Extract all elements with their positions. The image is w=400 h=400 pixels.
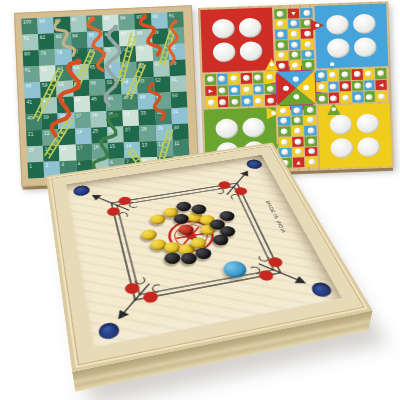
snakes-cell-11: 11: [172, 140, 189, 157]
ludo-track-cell: [274, 9, 286, 19]
ludo-track-cell: [340, 81, 351, 92]
carrom-coin-black[interactable]: [210, 233, 229, 246]
cell-number: 52: [155, 77, 161, 83]
carrom-coin-yellow[interactable]: [188, 236, 207, 249]
track-dot: [281, 139, 288, 145]
snakes-cell-50: 50: [170, 92, 187, 109]
yard-circle: [243, 141, 266, 161]
track-dot: [307, 117, 314, 123]
track-dot: [354, 94, 361, 100]
cell-number: 32: [156, 109, 162, 115]
snakes-cell-1: 1: [28, 162, 45, 179]
snakes-cell-40: 40: [25, 114, 42, 131]
ludo-track-cell: [279, 158, 291, 168]
track-dot: [231, 87, 238, 93]
cell-number: 46: [107, 95, 113, 101]
track-dot: [318, 84, 325, 90]
cell-number: 37: [75, 112, 81, 118]
cell-number: 22: [44, 130, 50, 136]
baseline-circle: [106, 207, 121, 217]
track-dot: [291, 42, 298, 48]
yard-circle: [357, 137, 380, 157]
cell-number: 18: [61, 145, 67, 151]
ludo-track-cell: [304, 126, 316, 136]
carrom-coin-yellow[interactable]: [140, 228, 158, 241]
track-dot: [243, 87, 250, 93]
carrom-coin-black[interactable]: [189, 203, 207, 215]
carrom-coin-black[interactable]: [174, 201, 192, 213]
track-dot: [267, 74, 274, 80]
ludo-track-cell: [305, 147, 317, 157]
snakes-cell-98: 98: [54, 17, 71, 34]
cell-number: 7: [126, 158, 129, 164]
ludo-track-cell: [301, 29, 313, 39]
ludo-track-cell: [288, 40, 300, 50]
cell-number: 59: [42, 82, 48, 88]
cell-number: 69: [154, 61, 160, 67]
cell-number: 83: [56, 33, 62, 39]
yard-circle: [212, 19, 235, 39]
cell-number: 93: [136, 13, 142, 19]
ludo-track-cell: [352, 92, 363, 103]
yard-circle: [216, 142, 239, 162]
cell-number: 25: [92, 127, 98, 133]
carrom-coin-black[interactable]: [162, 251, 181, 265]
cell-number: 67: [122, 62, 128, 68]
ludo-yard-bottom-left: [204, 107, 278, 172]
cell-number: 58: [58, 81, 64, 87]
snakes-cell-77: 77: [71, 48, 88, 65]
ludo-track-cell: [291, 105, 303, 115]
track-dot: [294, 128, 301, 134]
snakes-cell-100: 100: [21, 18, 38, 35]
carrom-coin-yellow[interactable]: [198, 223, 217, 235]
baseline-circle: [267, 256, 285, 268]
carrom-coin-yellow[interactable]: [198, 214, 216, 226]
snakes-cell-10: 10: [173, 155, 190, 172]
cell-number: 53: [139, 77, 145, 83]
track-dot: [267, 86, 274, 92]
ludo-track-cell: [229, 73, 240, 84]
yard-circle: [354, 37, 377, 57]
cell-number: 17: [77, 144, 83, 150]
carrom-surface: MADE IN INDIA: [66, 155, 341, 347]
cell-number: 84: [72, 32, 78, 38]
cell-number: 80: [24, 50, 30, 56]
ludo-track-cell: [205, 74, 216, 85]
baseline-circle: [142, 290, 159, 303]
snakes-cell-89: 89: [151, 28, 168, 45]
cell-number: 97: [71, 16, 77, 22]
baseline-circle: [118, 196, 132, 206]
cell-number: 57: [74, 80, 80, 86]
track-dot: [280, 108, 287, 114]
snakes-cell-71: 71: [168, 44, 185, 61]
cell-number: 61: [25, 66, 31, 72]
ludo-track-cell: [276, 51, 288, 61]
snakes-cell-99: 99: [37, 17, 54, 34]
ludo-track-cell: [328, 70, 339, 81]
track-dot: [303, 10, 310, 16]
ludo-track-cell: [206, 97, 217, 108]
cell-number: 47: [123, 94, 129, 100]
snakes-cell-91: 91: [167, 12, 184, 29]
snakes-cell-21: 21: [26, 130, 43, 147]
ludo-yard-bottom-right: [318, 103, 392, 168]
snakes-cell-3: 3: [60, 160, 77, 177]
snakes-cell-78: 78: [55, 49, 72, 66]
snakes-cell-64: 64: [72, 64, 89, 81]
cell-number: 29: [157, 125, 163, 131]
snakes-cell-53: 53: [137, 77, 154, 94]
snakes-cell-48: 48: [138, 93, 155, 110]
cell-number: 49: [156, 93, 162, 99]
cell-number: 54: [123, 78, 129, 84]
cell-number: 20: [28, 146, 34, 152]
ludo-track-cell: [275, 30, 287, 40]
ludo-track-cell: [289, 50, 301, 60]
snakes-cell-83: 83: [54, 33, 71, 50]
track-dot: [319, 95, 326, 101]
track-dot: [308, 138, 315, 144]
track-dot: [277, 21, 284, 27]
ludo-track-cell: [302, 50, 314, 60]
cell-number: 21: [28, 130, 34, 136]
track-dot: [208, 99, 215, 105]
carrom-coin-black[interactable]: [217, 210, 235, 222]
track-dot: [207, 76, 214, 82]
snakes-cell-73: 73: [136, 45, 153, 62]
track-dot: [342, 95, 349, 101]
snakes-cell-67: 67: [120, 62, 137, 79]
track-dot: [307, 128, 314, 134]
cell-number: 9: [159, 157, 162, 163]
cell-number: 10: [175, 156, 181, 162]
snakes-cell-38: 38: [58, 112, 75, 129]
snakes-cell-97: 97: [70, 16, 87, 33]
ludo-track-cell: [229, 85, 240, 96]
cell-number: 14: [125, 142, 131, 148]
snakes-cell-86: 86: [103, 30, 120, 47]
cell-number: 90: [169, 28, 175, 34]
ludo-track-cell: [291, 126, 303, 136]
snakes-cell-62: 62: [40, 65, 57, 82]
snakes-cell-47: 47: [122, 94, 139, 111]
snakes-cell-12: 12: [156, 140, 173, 157]
carrom-coin-black[interactable]: [179, 251, 198, 265]
ludo-arm-top: ▼: [274, 8, 314, 71]
track-dot: [304, 31, 311, 37]
ludo-track-cell: [265, 83, 276, 94]
ludo-track-cell: [328, 81, 339, 92]
snakes-grid: 1009998979695949392918182838485868788899…: [21, 12, 190, 179]
cell-number: 73: [137, 45, 143, 51]
start-arrow: ▼: [290, 10, 297, 16]
snakes-cell-82: 82: [38, 33, 55, 50]
ludo-track-cell: [218, 96, 229, 107]
cell-number: 87: [121, 30, 127, 36]
snakes-cell-23: 23: [59, 128, 76, 145]
snakes-cell-26: 26: [107, 126, 124, 143]
cell-number: 36: [92, 111, 98, 117]
ludo-track-cell: [217, 74, 228, 85]
cell-number: 76: [89, 48, 95, 54]
snakes-cell-22: 22: [42, 129, 59, 146]
ludo-track-cell: [364, 91, 375, 102]
snakes-cell-96: 96: [86, 15, 103, 32]
carrom-coin-black[interactable]: [218, 225, 237, 238]
ludo-track-cell: [241, 96, 252, 107]
ludo-track-cell: [301, 18, 313, 28]
yard-circle: [213, 42, 236, 62]
center-medallion: [165, 218, 217, 254]
carrom-coin-black[interactable]: [193, 247, 212, 261]
yard-circle: [356, 113, 379, 133]
track-dot: [330, 72, 337, 78]
ludo-track-cell: [328, 93, 339, 104]
snakes-cell-35: 35: [106, 110, 123, 127]
snakes-cell-33: 33: [139, 109, 156, 126]
snakes-cell-24: 24: [75, 128, 92, 145]
cell-number: 82: [40, 34, 46, 40]
ludo-track-cell: [339, 69, 350, 80]
snakes-cell-32: 32: [155, 108, 172, 125]
snakes-cell-42: 42: [41, 97, 58, 114]
cell-number: 75: [105, 47, 111, 53]
cell-number: 71: [170, 44, 176, 50]
track-dot: [318, 73, 325, 79]
snakes-cell-44: 44: [73, 96, 90, 113]
snakes-cell-85: 85: [87, 31, 104, 48]
track-dot: [219, 87, 226, 93]
snakes-cell-34: 34: [123, 110, 140, 127]
cell-number: 19: [45, 146, 51, 152]
carrom-box-front-wall: [72, 311, 372, 392]
cell-number: 40: [27, 114, 33, 120]
track-dot: [342, 72, 349, 78]
corner-arrow: [92, 189, 140, 222]
cell-number: 12: [158, 141, 164, 147]
yard-circle: [239, 18, 262, 38]
snakes-cell-66: 66: [104, 62, 121, 79]
cell-number: 86: [104, 31, 110, 37]
snakes-cell-81: 81: [22, 34, 39, 51]
ludo-track-cell: [306, 157, 318, 167]
carrom-pocket: [97, 321, 120, 340]
track-dot: [295, 149, 302, 155]
cell-number: 44: [75, 96, 81, 102]
cell-number: 96: [87, 16, 93, 22]
carrom-pocket: [308, 281, 333, 298]
cell-number: 30: [173, 124, 179, 130]
cell-number: 92: [152, 13, 158, 19]
track-dot: [366, 94, 373, 100]
cell-number: 98: [55, 17, 61, 23]
snakes-cell-65: 65: [88, 63, 105, 80]
yard-circle: [242, 117, 265, 137]
ludo-board: ▼▲►◄: [198, 1, 394, 174]
ludo-track-cell: [278, 127, 290, 137]
carrom-coin-yellow[interactable]: [149, 238, 167, 251]
track-dot: [231, 76, 238, 82]
track-dot: [378, 93, 385, 99]
cell-number: 33: [140, 109, 146, 115]
snakes-and-ladders-board: 1009998979695949392918182838485868788899…: [14, 5, 199, 187]
snakes-cell-63: 63: [56, 65, 73, 82]
cell-number: 100: [23, 18, 32, 24]
ludo-arm-right: ◄: [316, 68, 388, 104]
snakes-cell-92: 92: [151, 12, 168, 29]
track-dot: [255, 98, 262, 104]
track-dot: [220, 99, 227, 105]
start-arrow: ►: [207, 88, 214, 94]
track-dot: [255, 75, 262, 81]
cell-number: 11: [174, 140, 179, 146]
ludo-track-cell: [241, 73, 252, 84]
snakes-cell-95: 95: [102, 14, 119, 31]
snakes-cell-90: 90: [168, 28, 185, 45]
ludo-arm-left: ►: [205, 72, 277, 108]
snakes-cell-31: 31: [171, 108, 188, 125]
snakes-cell-20: 20: [27, 146, 44, 163]
ludo-track-cell: [316, 93, 327, 104]
ludo-track-cell: [364, 80, 375, 91]
track-dot: [292, 62, 299, 68]
track-dot: [282, 149, 289, 155]
ludo-track-cell: [278, 116, 290, 126]
ludo-track-cell: [376, 91, 387, 102]
cell-number: 63: [57, 65, 63, 71]
cell-number: 2: [45, 162, 48, 168]
cell-number: 27: [125, 126, 131, 132]
track-dot: [304, 41, 311, 47]
track-dot: [278, 53, 285, 59]
snakes-cell-46: 46: [106, 94, 123, 111]
snakes-cell-59: 59: [40, 81, 57, 98]
track-dot: [293, 107, 300, 113]
cell-number: 68: [138, 61, 144, 67]
track-dot: [291, 52, 298, 58]
snakes-cell-56: 56: [89, 79, 106, 96]
track-dot: [308, 159, 315, 165]
track-dot: [304, 52, 311, 58]
carrom-coin-yellow[interactable]: [162, 241, 181, 254]
track-dot: [308, 149, 315, 155]
ludo-track-cell: [375, 68, 386, 79]
snakes-cell-19: 19: [43, 145, 60, 162]
ludo-track-cell: [292, 147, 304, 157]
snakes-cell-80: 80: [23, 50, 40, 67]
carrom-coin-yellow[interactable]: [162, 206, 180, 218]
snakes-cell-58: 58: [56, 81, 73, 98]
cell-number: 64: [73, 64, 79, 70]
track-dot: [305, 62, 312, 68]
snakes-cell-55: 55: [105, 78, 122, 95]
yard-circle: [330, 138, 353, 158]
box-drop-shadow: [60, 170, 387, 400]
ludo-track-cell: [288, 29, 300, 39]
carrom-coin-yellow[interactable]: [177, 243, 196, 256]
cell-number: 55: [106, 79, 112, 85]
snakes-cell-72: 72: [152, 44, 169, 61]
track-dot: [255, 86, 262, 92]
snakes-cell-57: 57: [73, 80, 90, 97]
ludo-track-cell: [278, 106, 290, 116]
cell-number: 26: [109, 127, 115, 133]
start-arrow: ▲: [295, 159, 302, 165]
ludo-track-cell: [264, 72, 275, 83]
carrom-queen[interactable]: [177, 223, 195, 236]
ludo-track-cell: [316, 70, 327, 81]
cell-number: 6: [110, 159, 113, 165]
snakes-cell-39: 39: [42, 113, 59, 130]
ludo-track-cell: [340, 92, 351, 103]
snakes-cell-30: 30: [172, 124, 189, 141]
baseline-circle: [217, 180, 232, 189]
snakes-cell-4: 4: [76, 160, 93, 177]
carrom-coin-black[interactable]: [208, 218, 227, 230]
track-dot: [219, 76, 226, 82]
ludo-arm-bottom: ▲: [278, 105, 318, 168]
ludo-track-cell: [253, 95, 264, 106]
cell-number: 39: [43, 114, 49, 120]
cell-number: 1: [29, 162, 32, 168]
snakes-cell-52: 52: [154, 76, 171, 93]
snakes-cell-29: 29: [156, 124, 173, 141]
track-dot: [282, 160, 289, 166]
track-dot: [277, 11, 284, 17]
yard-circle: [215, 118, 238, 138]
carrom-coin-yellow[interactable]: [185, 211, 203, 223]
ludo-track-cell: [253, 84, 264, 95]
cell-number: 48: [140, 93, 146, 99]
ludo-track-cell: [241, 84, 252, 95]
carrom-striker[interactable]: [220, 259, 248, 279]
cell-number: 23: [60, 129, 66, 135]
yard-circle: [326, 15, 349, 35]
ludo-track-cell: [289, 61, 301, 71]
track-dot: [303, 20, 310, 26]
snakes-cell-16: 16: [92, 143, 109, 160]
made-in-india-label: MADE IN INDIA: [265, 200, 288, 233]
cell-number: 35: [108, 111, 114, 117]
track-dot: [294, 139, 301, 145]
snakes-cell-87: 87: [119, 30, 136, 47]
track-dot: [330, 95, 337, 101]
track-dot: [278, 32, 285, 38]
track-dot: [279, 63, 286, 69]
yard-circle: [327, 38, 350, 58]
carrom-coin-yellow[interactable]: [149, 213, 167, 225]
product-photo-stage: 1009998979695949392918182838485868788899…: [0, 0, 400, 400]
ludo-track-cell: ◄: [376, 80, 387, 91]
snakes-cell-94: 94: [118, 14, 135, 31]
snakes-cell-36: 36: [90, 111, 107, 128]
snakes-cell-6: 6: [108, 158, 125, 175]
cell-number: 94: [120, 14, 126, 20]
snakes-cell-14: 14: [124, 142, 141, 159]
ludo-track-cell: [253, 72, 264, 83]
ludo-yard-top-right: [314, 3, 388, 68]
ludo-track-cell: ▼: [287, 8, 299, 18]
carrom-coin-black[interactable]: [172, 213, 190, 225]
ludo-track-cell: [288, 19, 300, 29]
snakes-cell-18: 18: [59, 144, 76, 161]
cell-number: 60: [26, 82, 32, 88]
track-dot: [281, 129, 288, 135]
track-dot: [291, 31, 298, 37]
snakes-cell-68: 68: [137, 61, 154, 78]
